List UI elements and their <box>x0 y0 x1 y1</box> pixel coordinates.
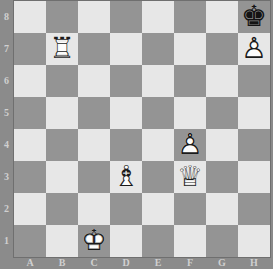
square-d4[interactable] <box>110 129 142 161</box>
square-d6[interactable] <box>110 65 142 97</box>
square-h4[interactable] <box>238 129 270 161</box>
rank-label-6: 6 <box>0 75 13 87</box>
square-d1[interactable] <box>110 225 142 257</box>
square-a7[interactable] <box>14 33 46 65</box>
chess-diagram: 87654321 ♚♜♖♟♙♟♙♝♗♛♕♚♔ ABCDEFGH <box>0 0 273 269</box>
rank-label-4: 4 <box>0 139 13 151</box>
piece-white-queen[interactable]: ♛♕ <box>174 161 206 193</box>
square-a3[interactable] <box>14 161 46 193</box>
square-f3[interactable]: ♛♕ <box>174 161 206 193</box>
square-c5[interactable] <box>78 97 110 129</box>
square-e7[interactable] <box>142 33 174 65</box>
square-b5[interactable] <box>46 97 78 129</box>
piece-outline-glyph: ♔ <box>78 225 110 257</box>
square-g6[interactable] <box>206 65 238 97</box>
square-h7[interactable]: ♟♙ <box>238 33 270 65</box>
piece-outline-glyph: ♗ <box>110 161 142 193</box>
rank-label-1: 1 <box>0 235 13 247</box>
square-e6[interactable] <box>142 65 174 97</box>
rank-label-7: 7 <box>0 43 13 55</box>
piece-black-king[interactable]: ♚ <box>238 1 270 33</box>
square-f7[interactable] <box>174 33 206 65</box>
square-g3[interactable] <box>206 161 238 193</box>
square-d3[interactable]: ♝♗ <box>110 161 142 193</box>
square-f8[interactable] <box>174 1 206 33</box>
square-g1[interactable] <box>206 225 238 257</box>
square-e1[interactable] <box>142 225 174 257</box>
square-a6[interactable] <box>14 65 46 97</box>
rank-label-5: 5 <box>0 107 13 119</box>
file-label-e: E <box>142 257 174 269</box>
file-label-a: A <box>14 257 46 269</box>
piece-white-rook[interactable]: ♜♖ <box>46 33 78 65</box>
square-h5[interactable] <box>238 97 270 129</box>
square-c3[interactable] <box>78 161 110 193</box>
square-a5[interactable] <box>14 97 46 129</box>
square-d7[interactable] <box>110 33 142 65</box>
square-d2[interactable] <box>110 193 142 225</box>
square-c8[interactable] <box>78 1 110 33</box>
square-c6[interactable] <box>78 65 110 97</box>
rank-label-3: 3 <box>0 171 13 183</box>
square-h6[interactable] <box>238 65 270 97</box>
file-label-c: C <box>78 257 110 269</box>
piece-white-pawn[interactable]: ♟♙ <box>174 129 206 161</box>
chess-board[interactable]: ♚♜♖♟♙♟♙♝♗♛♕♚♔ <box>14 1 270 257</box>
square-g8[interactable] <box>206 1 238 33</box>
square-a4[interactable] <box>14 129 46 161</box>
square-c1[interactable]: ♚♔ <box>78 225 110 257</box>
piece-outline-glyph: ♙ <box>238 33 270 65</box>
square-b4[interactable] <box>46 129 78 161</box>
rank-label-2: 2 <box>0 203 13 215</box>
square-b2[interactable] <box>46 193 78 225</box>
square-e5[interactable] <box>142 97 174 129</box>
square-e3[interactable] <box>142 161 174 193</box>
square-g2[interactable] <box>206 193 238 225</box>
square-e4[interactable] <box>142 129 174 161</box>
square-b6[interactable] <box>46 65 78 97</box>
square-g7[interactable] <box>206 33 238 65</box>
square-f6[interactable] <box>174 65 206 97</box>
piece-white-pawn[interactable]: ♟♙ <box>238 33 270 65</box>
square-c4[interactable] <box>78 129 110 161</box>
square-b1[interactable] <box>46 225 78 257</box>
square-h3[interactable] <box>238 161 270 193</box>
square-d8[interactable] <box>110 1 142 33</box>
square-a1[interactable] <box>14 225 46 257</box>
square-f1[interactable] <box>174 225 206 257</box>
square-c7[interactable] <box>78 33 110 65</box>
piece-white-king[interactable]: ♚♔ <box>78 225 110 257</box>
file-label-d: D <box>110 257 142 269</box>
square-e2[interactable] <box>142 193 174 225</box>
piece-outline-glyph: ♕ <box>174 161 206 193</box>
file-label-g: G <box>206 257 238 269</box>
square-h1[interactable] <box>238 225 270 257</box>
square-b7[interactable]: ♜♖ <box>46 33 78 65</box>
piece-outline-glyph: ♖ <box>46 33 78 65</box>
square-c2[interactable] <box>78 193 110 225</box>
square-e8[interactable] <box>142 1 174 33</box>
square-b8[interactable] <box>46 1 78 33</box>
square-a2[interactable] <box>14 193 46 225</box>
square-h2[interactable] <box>238 193 270 225</box>
piece-white-bishop[interactable]: ♝♗ <box>110 161 142 193</box>
file-label-h: H <box>238 257 270 269</box>
file-label-b: B <box>46 257 78 269</box>
square-f4[interactable]: ♟♙ <box>174 129 206 161</box>
square-d5[interactable] <box>110 97 142 129</box>
square-f2[interactable] <box>174 193 206 225</box>
square-h8[interactable]: ♚ <box>238 1 270 33</box>
square-g5[interactable] <box>206 97 238 129</box>
rank-label-8: 8 <box>0 11 13 23</box>
square-g4[interactable] <box>206 129 238 161</box>
square-a8[interactable] <box>14 1 46 33</box>
square-b3[interactable] <box>46 161 78 193</box>
file-label-f: F <box>174 257 206 269</box>
piece-outline-glyph: ♙ <box>174 129 206 161</box>
piece-fill-glyph: ♚ <box>238 1 270 33</box>
square-f5[interactable] <box>174 97 206 129</box>
